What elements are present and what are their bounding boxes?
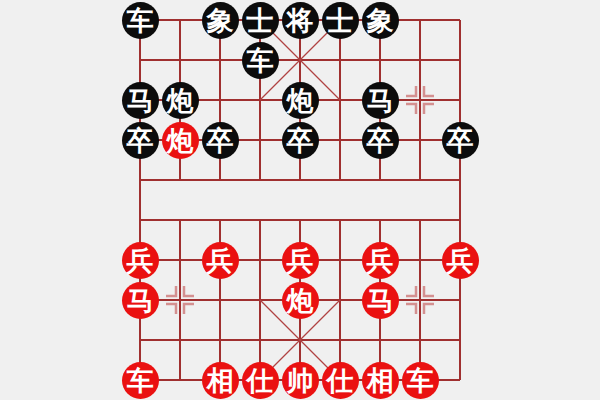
piece-red-cannon[interactable]: 炮 bbox=[282, 282, 319, 319]
piece-black-elephant[interactable]: 象 bbox=[202, 2, 239, 39]
piece-red-general[interactable]: 帅 bbox=[282, 362, 319, 399]
piece-red-chariot[interactable]: 车 bbox=[122, 362, 159, 399]
piece-black-pawn[interactable]: 卒 bbox=[362, 122, 399, 159]
piece-red-elephant[interactable]: 相 bbox=[362, 362, 399, 399]
piece-black-advisor[interactable]: 士 bbox=[242, 2, 279, 39]
piece-red-cannon[interactable]: 炮 bbox=[162, 122, 199, 159]
piece-red-elephant[interactable]: 相 bbox=[202, 362, 239, 399]
piece-red-pawn[interactable]: 兵 bbox=[282, 242, 319, 279]
piece-black-chariot[interactable]: 车 bbox=[242, 42, 279, 79]
piece-black-elephant[interactable]: 象 bbox=[362, 2, 399, 39]
piece-black-cannon[interactable]: 炮 bbox=[162, 82, 199, 119]
piece-black-chariot[interactable]: 车 bbox=[122, 2, 159, 39]
piece-black-horse[interactable]: 马 bbox=[362, 82, 399, 119]
piece-black-general[interactable]: 将 bbox=[282, 2, 319, 39]
piece-black-pawn[interactable]: 卒 bbox=[122, 122, 159, 159]
piece-red-pawn[interactable]: 兵 bbox=[202, 242, 239, 279]
piece-red-pawn[interactable]: 兵 bbox=[362, 242, 399, 279]
piece-black-pawn[interactable]: 卒 bbox=[442, 122, 479, 159]
piece-black-pawn[interactable]: 卒 bbox=[282, 122, 319, 159]
piece-red-horse[interactable]: 马 bbox=[362, 282, 399, 319]
piece-red-horse[interactable]: 马 bbox=[122, 282, 159, 319]
piece-black-pawn[interactable]: 卒 bbox=[202, 122, 239, 159]
piece-red-advisor[interactable]: 仕 bbox=[322, 362, 359, 399]
xiangqi-board: 车象士将士象车马炮炮马卒炮卒卒卒卒兵兵兵兵兵马炮马车相仕帅仕相车 bbox=[120, 0, 480, 400]
piece-black-cannon[interactable]: 炮 bbox=[282, 82, 319, 119]
piece-red-pawn[interactable]: 兵 bbox=[442, 242, 479, 279]
piece-red-chariot[interactable]: 车 bbox=[402, 362, 439, 399]
piece-black-horse[interactable]: 马 bbox=[122, 82, 159, 119]
page-background: 车象士将士象车马炮炮马卒炮卒卒卒卒兵兵兵兵兵马炮马车相仕帅仕相车 bbox=[0, 0, 600, 400]
piece-red-advisor[interactable]: 仕 bbox=[242, 362, 279, 399]
piece-red-pawn[interactable]: 兵 bbox=[122, 242, 159, 279]
piece-black-advisor[interactable]: 士 bbox=[322, 2, 359, 39]
